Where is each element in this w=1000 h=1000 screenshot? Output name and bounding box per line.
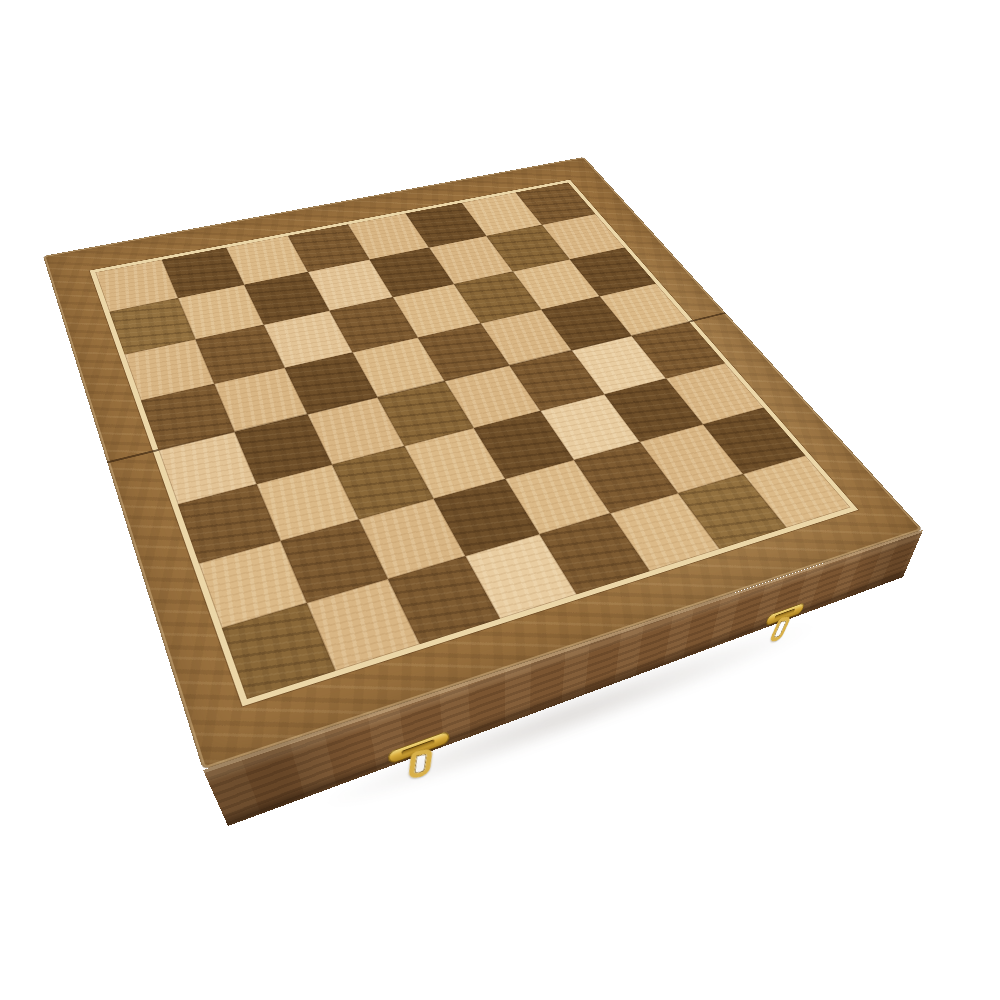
product-photo-scene: [0, 0, 1000, 1000]
clasp-hasp: [408, 748, 433, 779]
